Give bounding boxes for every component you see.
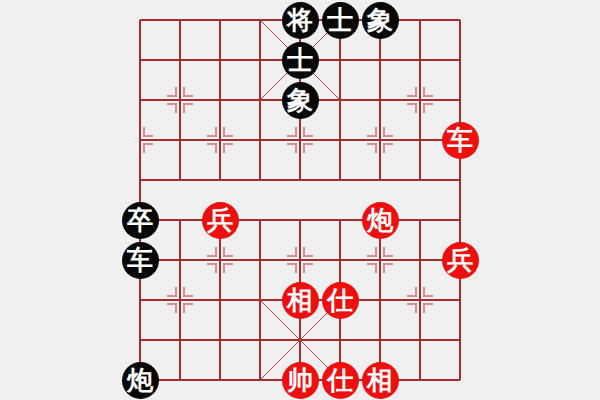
piece-red-advisor[interactable]: 仕 bbox=[322, 362, 359, 399]
piece-black-pawn[interactable]: 卒 bbox=[122, 202, 159, 239]
piece-red-elephant[interactable]: 相 bbox=[362, 362, 399, 399]
piece-red-pawn[interactable]: 兵 bbox=[442, 242, 479, 279]
piece-black-general[interactable]: 将 bbox=[282, 2, 319, 39]
piece-black-advisor[interactable]: 士 bbox=[322, 2, 359, 39]
xiangqi-board: 将士象士象车卒兵炮车兵相仕炮帅仕相 bbox=[0, 0, 600, 400]
piece-red-elephant[interactable]: 相 bbox=[282, 282, 319, 319]
piece-red-advisor[interactable]: 仕 bbox=[322, 282, 359, 319]
piece-red-chariot[interactable]: 车 bbox=[442, 122, 479, 159]
piece-black-elephant[interactable]: 象 bbox=[362, 2, 399, 39]
piece-black-chariot[interactable]: 车 bbox=[122, 242, 159, 279]
piece-black-advisor[interactable]: 士 bbox=[282, 42, 319, 79]
piece-black-cannon[interactable]: 炮 bbox=[122, 362, 159, 399]
piece-red-cannon[interactable]: 炮 bbox=[362, 202, 399, 239]
pieces-layer: 将士象士象车卒兵炮车兵相仕炮帅仕相 bbox=[0, 0, 600, 400]
piece-red-general[interactable]: 帅 bbox=[282, 362, 319, 399]
piece-red-pawn[interactable]: 兵 bbox=[202, 202, 239, 239]
piece-black-elephant[interactable]: 象 bbox=[282, 82, 319, 119]
